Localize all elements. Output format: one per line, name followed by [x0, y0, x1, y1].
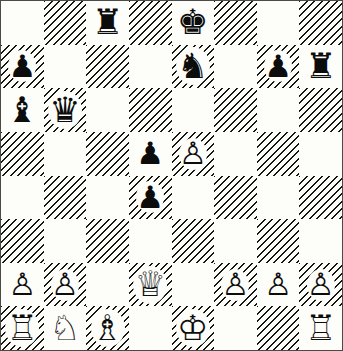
- square-h4[interactable]: [299, 176, 342, 220]
- square-b1[interactable]: ♘: [44, 306, 87, 350]
- square-a2[interactable]: ♙: [1, 263, 44, 307]
- square-c8[interactable]: ♜: [86, 1, 129, 45]
- square-g5[interactable]: [257, 132, 300, 176]
- piece-white-pawn-a2: ♙: [8, 269, 36, 301]
- piece-white-rook-h1: ♖: [304, 309, 338, 347]
- square-d4[interactable]: ♟: [129, 176, 172, 220]
- piece-black-knight-e7: ♞: [176, 47, 210, 85]
- square-g1[interactable]: [257, 306, 300, 350]
- square-f3[interactable]: [214, 219, 257, 263]
- square-e6[interactable]: [172, 88, 215, 132]
- square-b5[interactable]: [44, 132, 87, 176]
- square-d2[interactable]: ♕: [129, 263, 172, 307]
- square-a3[interactable]: [1, 219, 44, 263]
- piece-black-pawn-d4: ♟: [136, 181, 164, 213]
- piece-white-knight-b1: ♘: [48, 309, 82, 347]
- square-a7[interactable]: ♟: [1, 45, 44, 89]
- square-h1[interactable]: ♖: [299, 306, 342, 350]
- square-d6[interactable]: [129, 88, 172, 132]
- square-e4[interactable]: [172, 176, 215, 220]
- square-a1[interactable]: ♖: [1, 306, 44, 350]
- square-a8[interactable]: [1, 1, 44, 45]
- square-b2[interactable]: ♙: [44, 263, 87, 307]
- piece-white-rook-a1: ♖: [5, 309, 39, 347]
- piece-white-pawn-g2: ♙: [264, 269, 292, 301]
- square-d1[interactable]: [129, 306, 172, 350]
- square-h3[interactable]: [299, 219, 342, 263]
- piece-white-pawn-e5: ♙: [179, 138, 207, 170]
- square-e5[interactable]: ♙: [172, 132, 215, 176]
- square-b8[interactable]: [44, 1, 87, 45]
- square-f2[interactable]: ♙: [214, 263, 257, 307]
- square-a6[interactable]: ♝: [1, 88, 44, 132]
- square-g6[interactable]: [257, 88, 300, 132]
- piece-black-rook-h7: ♜: [304, 47, 338, 85]
- square-h2[interactable]: ♙: [299, 263, 342, 307]
- square-c4[interactable]: [86, 176, 129, 220]
- square-c2[interactable]: [86, 263, 129, 307]
- piece-black-queen-b6: ♛: [48, 91, 82, 129]
- square-h8[interactable]: [299, 1, 342, 45]
- square-b3[interactable]: [44, 219, 87, 263]
- square-g2[interactable]: ♙: [257, 263, 300, 307]
- square-c7[interactable]: [86, 45, 129, 89]
- square-a5[interactable]: [1, 132, 44, 176]
- piece-black-king-e8: ♚: [176, 4, 210, 42]
- square-e8[interactable]: ♚: [172, 1, 215, 45]
- square-f7[interactable]: [214, 45, 257, 89]
- square-h5[interactable]: [299, 132, 342, 176]
- square-d8[interactable]: [129, 1, 172, 45]
- square-c1[interactable]: ♗: [86, 306, 129, 350]
- square-f8[interactable]: [214, 1, 257, 45]
- square-d3[interactable]: [129, 219, 172, 263]
- square-c5[interactable]: [86, 132, 129, 176]
- square-f1[interactable]: [214, 306, 257, 350]
- chess-diagram: ♜♚♟♞♟♜♝♛♟♙♟♙♙♕♙♙♙♖♘♗♔♖: [0, 0, 343, 351]
- piece-white-pawn-h2: ♙: [307, 269, 335, 301]
- square-f5[interactable]: [214, 132, 257, 176]
- square-d7[interactable]: [129, 45, 172, 89]
- square-g3[interactable]: [257, 219, 300, 263]
- piece-white-pawn-f2: ♙: [221, 269, 249, 301]
- square-b4[interactable]: [44, 176, 87, 220]
- square-c6[interactable]: [86, 88, 129, 132]
- square-g7[interactable]: ♟: [257, 45, 300, 89]
- piece-white-king-e1: ♔: [176, 309, 210, 347]
- piece-white-pawn-b2: ♙: [51, 269, 79, 301]
- square-g4[interactable]: [257, 176, 300, 220]
- square-e7[interactable]: ♞: [172, 45, 215, 89]
- piece-black-rook-c8: ♜: [91, 4, 125, 42]
- piece-white-queen-d2: ♕: [133, 266, 167, 304]
- chess-board: ♜♚♟♞♟♜♝♛♟♙♟♙♙♕♙♙♙♖♘♗♔♖: [0, 0, 343, 351]
- square-c3[interactable]: [86, 219, 129, 263]
- piece-black-bishop-a6: ♝: [5, 91, 39, 129]
- square-b7[interactable]: [44, 45, 87, 89]
- square-f4[interactable]: [214, 176, 257, 220]
- piece-black-pawn-d5: ♟: [136, 138, 164, 170]
- square-h6[interactable]: [299, 88, 342, 132]
- square-b6[interactable]: ♛: [44, 88, 87, 132]
- square-e3[interactable]: [172, 219, 215, 263]
- square-g8[interactable]: [257, 1, 300, 45]
- piece-black-pawn-g7: ♟: [264, 50, 292, 82]
- square-a4[interactable]: [1, 176, 44, 220]
- square-e1[interactable]: ♔: [172, 306, 215, 350]
- square-d5[interactable]: ♟: [129, 132, 172, 176]
- square-e2[interactable]: [172, 263, 215, 307]
- piece-black-pawn-a7: ♟: [8, 50, 36, 82]
- square-h7[interactable]: ♜: [299, 45, 342, 89]
- piece-white-bishop-c1: ♗: [91, 309, 125, 347]
- square-f6[interactable]: [214, 88, 257, 132]
